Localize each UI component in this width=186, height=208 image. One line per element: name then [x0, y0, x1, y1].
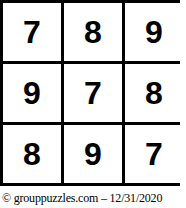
cell-r1c3[interactable]: 9 [125, 3, 183, 61]
cell-r2c3[interactable]: 8 [125, 64, 183, 122]
cell-r3c3[interactable]: 7 [125, 125, 183, 183]
cell-r1c1[interactable]: 7 [3, 3, 61, 61]
cell-r2c2[interactable]: 7 [64, 64, 122, 122]
cell-r3c1[interactable]: 8 [3, 125, 61, 183]
copyright-text: © grouppuzzles.com – 12/31/2020 [2, 191, 162, 206]
cell-r1c2[interactable]: 8 [64, 3, 122, 61]
cell-r2c1[interactable]: 9 [3, 64, 61, 122]
puzzle-board: 7 8 9 9 7 8 8 9 7 [0, 0, 180, 186]
cell-r3c2[interactable]: 9 [64, 125, 122, 183]
copyright-caption: © grouppuzzles.com – 12/31/2020 [0, 186, 186, 208]
